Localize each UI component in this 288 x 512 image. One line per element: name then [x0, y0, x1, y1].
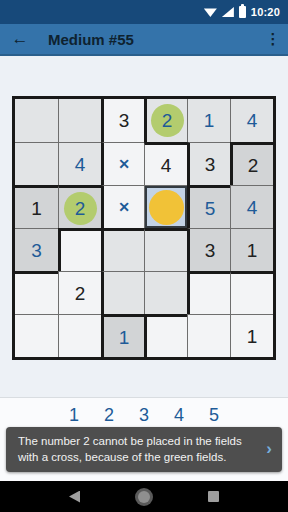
- status-time: 10:20: [251, 6, 280, 18]
- grid-cell-r5c5[interactable]: [187, 271, 230, 314]
- hint-text: The number 2 cannot be placed in the fie…: [18, 434, 252, 465]
- grid-cell-r2c1[interactable]: [15, 142, 58, 185]
- grid-cell-r6c4[interactable]: [144, 314, 187, 357]
- grid-cell-r3c1[interactable]: 1: [15, 185, 58, 228]
- grid-cell-r5c4[interactable]: [144, 271, 187, 314]
- grid-cell-r6c6[interactable]: 1: [230, 314, 273, 357]
- grid-cell-r3c4[interactable]: [144, 185, 187, 228]
- cell-number: 2: [75, 284, 86, 303]
- grid-cell-r6c1[interactable]: [15, 314, 58, 357]
- android-nav-bar: [0, 481, 288, 512]
- grid-cell-r1c2[interactable]: [58, 99, 101, 142]
- grid-cell-r1c3[interactable]: 3: [101, 99, 144, 142]
- cell-number: 1: [247, 241, 258, 260]
- grid-cell-r2c4[interactable]: 4: [144, 142, 187, 185]
- grid-cell-r4c1[interactable]: 3: [15, 228, 58, 271]
- grid-cell-r2c2[interactable]: 4: [58, 142, 101, 185]
- nav-recents-icon[interactable]: [208, 491, 219, 502]
- cell-number: 4: [75, 155, 86, 174]
- cell-number: 4: [247, 198, 258, 217]
- grid-cell-r4c3[interactable]: [101, 228, 144, 271]
- page-title: Medium #55: [48, 31, 258, 48]
- grid-cell-r4c6[interactable]: 1: [230, 228, 273, 271]
- grid-cell-r6c5[interactable]: [187, 314, 230, 357]
- yellow-circle-marker: [149, 190, 184, 225]
- numpad-button-3[interactable]: 3: [136, 405, 152, 426]
- nav-home-icon[interactable]: [138, 491, 150, 503]
- cell-number: 4: [247, 111, 258, 130]
- grid-cell-r3c6[interactable]: 4: [230, 185, 273, 228]
- grid-cell-r3c5[interactable]: 5: [187, 185, 230, 228]
- nav-back-icon[interactable]: [69, 491, 80, 503]
- numpad-button-2[interactable]: 2: [101, 405, 117, 426]
- grid-cell-r5c3[interactable]: [101, 271, 144, 314]
- grid-cell-r5c6[interactable]: [230, 271, 273, 314]
- grid-cell-r1c4[interactable]: 2: [144, 99, 187, 142]
- grid-cell-r2c3[interactable]: ✕: [101, 142, 144, 185]
- battery-icon: [239, 6, 246, 18]
- green-circle-marker: 2: [151, 104, 184, 137]
- status-bar: 10:20: [0, 0, 288, 24]
- cell-number: 3: [119, 111, 130, 130]
- cell-number: 2: [162, 111, 173, 130]
- puzzle-board: 32144✕43212✕54331211: [12, 96, 276, 360]
- cell-number: 3: [205, 155, 216, 174]
- grid-cell-r4c4[interactable]: [144, 228, 187, 271]
- grid-cell-r2c5[interactable]: 3: [187, 142, 230, 185]
- hint-next-chevron-icon[interactable]: ›: [266, 439, 272, 459]
- overflow-menu-icon[interactable]: ⋮: [258, 30, 288, 48]
- cell-number: 3: [31, 241, 42, 260]
- grid-cell-r2c6[interactable]: 2: [230, 142, 273, 185]
- cross-mark: ✕: [118, 200, 130, 214]
- grid-cell-r1c1[interactable]: [15, 99, 58, 142]
- cellular-signal-icon: [222, 7, 234, 17]
- cell-number: 2: [75, 199, 86, 218]
- app-bar: ← Medium #55 ⋮: [0, 24, 288, 56]
- phone-screen: 10:20 ← Medium #55 ⋮ 32144✕43212✕5433121…: [0, 0, 288, 512]
- number-pad: 12345: [0, 405, 288, 426]
- grid-cell-r4c5[interactable]: 3: [187, 228, 230, 271]
- cell-number: 5: [205, 199, 216, 218]
- numpad-button-5[interactable]: 5: [206, 405, 222, 426]
- cell-number: 1: [31, 199, 42, 218]
- numpad-button-4[interactable]: 4: [171, 405, 187, 426]
- grid-cell-r6c2[interactable]: [58, 314, 101, 357]
- hint-tooltip: The number 2 cannot be placed in the fie…: [6, 427, 282, 472]
- wifi-icon: [204, 7, 217, 17]
- grid-cell-r5c1[interactable]: [15, 271, 58, 314]
- grid-cell-r3c2[interactable]: 2: [58, 185, 101, 228]
- grid-cell-r5c2[interactable]: 2: [58, 271, 101, 314]
- cell-number: 1: [119, 328, 130, 347]
- cross-mark: ✕: [118, 157, 130, 171]
- cell-number: 2: [248, 156, 259, 175]
- cell-number: 4: [161, 156, 172, 175]
- back-arrow-icon[interactable]: ←: [0, 24, 40, 54]
- grid-cell-r1c5[interactable]: 1: [187, 99, 230, 142]
- cell-number: 1: [204, 111, 215, 130]
- cell-number: 3: [205, 241, 216, 260]
- grid-cell-r6c3[interactable]: 1: [101, 314, 144, 357]
- numpad-button-1[interactable]: 1: [66, 405, 82, 426]
- green-circle-marker: 2: [64, 192, 97, 225]
- grid-cell-r4c2[interactable]: [58, 228, 101, 271]
- cell-number: 1: [247, 327, 258, 346]
- grid-cell-r3c3[interactable]: ✕: [101, 185, 144, 228]
- grid-cell-r1c6[interactable]: 4: [230, 99, 273, 142]
